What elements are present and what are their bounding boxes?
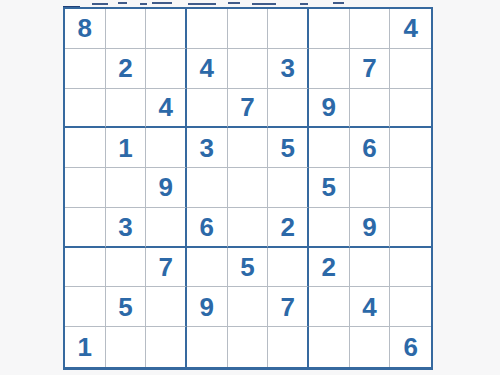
cell-r8c1[interactable] (65, 287, 106, 327)
cell-r7c6[interactable] (268, 248, 309, 288)
cell-r7c1[interactable] (65, 248, 106, 288)
cell-r3c4[interactable] (187, 89, 228, 129)
cell-r7c8[interactable] (350, 248, 391, 288)
cell-r6c5[interactable] (228, 208, 269, 248)
cell-r6c3[interactable] (146, 208, 187, 248)
page: 8424374791356953629752597416 (0, 0, 500, 375)
cell-r6c8[interactable]: 9 (350, 208, 391, 248)
sudoku-board: 8424374791356953629752597416 (63, 7, 433, 370)
cell-r1c9[interactable]: 4 (390, 9, 431, 49)
cell-r4c3[interactable] (146, 128, 187, 168)
cell-r3c6[interactable] (268, 89, 309, 129)
cell-r6c2[interactable]: 3 (106, 208, 147, 248)
cell-r5c7[interactable]: 5 (309, 168, 350, 208)
cell-r5c9[interactable] (390, 168, 431, 208)
cell-r6c4[interactable]: 6 (187, 208, 228, 248)
cell-r9c3[interactable] (146, 327, 187, 367)
cell-r6c6[interactable]: 2 (268, 208, 309, 248)
cell-r7c2[interactable] (106, 248, 147, 288)
cell-r3c1[interactable] (65, 89, 106, 129)
cell-r3c3[interactable]: 4 (146, 89, 187, 129)
cell-r7c5[interactable]: 5 (228, 248, 269, 288)
cell-r9c6[interactable] (268, 327, 309, 367)
cell-r8c8[interactable]: 4 (350, 287, 391, 327)
cell-r4c2[interactable]: 1 (106, 128, 147, 168)
cell-r1c1[interactable]: 8 (65, 9, 106, 49)
cell-r5c8[interactable] (350, 168, 391, 208)
cell-r2c4[interactable]: 4 (187, 49, 228, 89)
cell-r9c2[interactable] (106, 327, 147, 367)
cell-r5c1[interactable] (65, 168, 106, 208)
cell-r4c8[interactable]: 6 (350, 128, 391, 168)
cell-r9c7[interactable] (309, 327, 350, 367)
cell-r1c5[interactable] (228, 9, 269, 49)
cell-r6c7[interactable] (309, 208, 350, 248)
cell-r7c7[interactable]: 2 (309, 248, 350, 288)
cell-r1c7[interactable] (309, 9, 350, 49)
cell-r2c3[interactable] (146, 49, 187, 89)
cell-r8c7[interactable] (309, 287, 350, 327)
cell-r1c6[interactable] (268, 9, 309, 49)
cell-r2c8[interactable]: 7 (350, 49, 391, 89)
cell-r7c4[interactable] (187, 248, 228, 288)
cell-r8c6[interactable]: 7 (268, 287, 309, 327)
cell-r5c4[interactable] (187, 168, 228, 208)
cell-r8c2[interactable]: 5 (106, 287, 147, 327)
cell-r9c4[interactable] (187, 327, 228, 367)
cell-r3c9[interactable] (390, 89, 431, 129)
cell-r5c2[interactable] (106, 168, 147, 208)
cell-r4c9[interactable] (390, 128, 431, 168)
cell-r1c2[interactable] (106, 9, 147, 49)
cell-r8c5[interactable] (228, 287, 269, 327)
cell-r2c2[interactable]: 2 (106, 49, 147, 89)
cell-r3c7[interactable]: 9 (309, 89, 350, 129)
cell-r9c9[interactable]: 6 (390, 327, 431, 367)
cell-r5c3[interactable]: 9 (146, 168, 187, 208)
cell-r1c3[interactable] (146, 9, 187, 49)
cell-r4c7[interactable] (309, 128, 350, 168)
cell-r5c5[interactable] (228, 168, 269, 208)
cell-r2c6[interactable]: 3 (268, 49, 309, 89)
cell-r9c8[interactable] (350, 327, 391, 367)
cell-r1c4[interactable] (187, 9, 228, 49)
cell-r7c3[interactable]: 7 (146, 248, 187, 288)
cell-r9c1[interactable]: 1 (65, 327, 106, 367)
cell-r2c5[interactable] (228, 49, 269, 89)
cell-r2c1[interactable] (65, 49, 106, 89)
cell-r8c4[interactable]: 9 (187, 287, 228, 327)
cell-r7c9[interactable] (390, 248, 431, 288)
cell-r3c8[interactable] (350, 89, 391, 129)
cell-r2c9[interactable] (390, 49, 431, 89)
cell-r8c9[interactable] (390, 287, 431, 327)
cell-r9c5[interactable] (228, 327, 269, 367)
cell-r4c6[interactable]: 5 (268, 128, 309, 168)
cell-r3c5[interactable]: 7 (228, 89, 269, 129)
cell-r6c1[interactable] (65, 208, 106, 248)
cell-r2c7[interactable] (309, 49, 350, 89)
cell-r1c8[interactable] (350, 9, 391, 49)
cell-r5c6[interactable] (268, 168, 309, 208)
cell-r4c5[interactable] (228, 128, 269, 168)
cell-r6c9[interactable] (390, 208, 431, 248)
cell-r3c2[interactable] (106, 89, 147, 129)
cell-r4c1[interactable] (65, 128, 106, 168)
cell-r8c3[interactable] (146, 287, 187, 327)
cell-r4c4[interactable]: 3 (187, 128, 228, 168)
